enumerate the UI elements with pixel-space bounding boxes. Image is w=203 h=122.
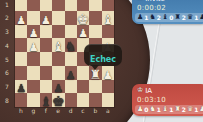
- square-d3[interactable]: [65, 25, 77, 39]
- pawn-icon: ♙: [137, 0, 143, 2]
- rank-label-2: 2: [3, 14, 11, 21]
- rank-label-7: 7: [3, 83, 11, 90]
- square-g3[interactable]: ♟: [27, 25, 39, 39]
- square-f7[interactable]: [40, 80, 52, 94]
- white-bishop-e4[interactable]: ♝: [52, 40, 64, 53]
- captured-count: 2: [157, 14, 161, 21]
- square-c1[interactable]: [77, 0, 89, 11]
- square-h8[interactable]: [15, 93, 27, 107]
- bishop-icon: ♝: [162, 106, 168, 113]
- square-g6[interactable]: [27, 66, 39, 80]
- queen-icon: ♛: [187, 14, 193, 21]
- black-king-e8[interactable]: ♚: [52, 94, 65, 108]
- bishop-icon: ♝: [162, 14, 168, 21]
- white-pawn-c3[interactable]: ♟: [78, 28, 88, 39]
- square-g7[interactable]: [27, 80, 39, 94]
- square-g5[interactable]: [27, 52, 39, 66]
- black-pawn-h7[interactable]: ♟: [16, 83, 26, 94]
- captured-queen: ♛1: [187, 106, 198, 113]
- rook-icon: ♜: [174, 106, 180, 113]
- square-h2[interactable]: ♟: [15, 11, 27, 25]
- square-d1[interactable]: [65, 0, 77, 11]
- player-panel-bottom: ♔ IA 0:03:10 ♟0♞1♝1♜2♛1♟2: [132, 84, 203, 116]
- square-e3[interactable]: [52, 25, 64, 39]
- square-d5[interactable]: [65, 52, 77, 66]
- pawn-icon: ♟: [137, 106, 143, 113]
- square-c6[interactable]: [77, 66, 89, 80]
- square-d2[interactable]: [65, 11, 77, 25]
- square-f4[interactable]: [40, 38, 52, 52]
- square-b1[interactable]: [89, 0, 101, 11]
- captured-queen: ♛1: [187, 14, 198, 21]
- square-e5[interactable]: [52, 52, 64, 66]
- square-d8[interactable]: [65, 93, 77, 107]
- square-h1[interactable]: [15, 0, 27, 11]
- rank-label-4: 4: [3, 42, 11, 49]
- square-h3[interactable]: [15, 25, 27, 39]
- square-e4[interactable]: ♝: [52, 38, 64, 52]
- square-b2[interactable]: [89, 11, 101, 25]
- square-c8[interactable]: [77, 93, 89, 107]
- captured-pawn: ♟4: [199, 14, 203, 21]
- square-b3[interactable]: [89, 25, 101, 39]
- captured-knight: ♞2: [149, 14, 160, 21]
- captured-bishop: ♝1: [162, 106, 173, 113]
- square-f1[interactable]: [40, 0, 52, 11]
- white-pawn-g3[interactable]: ♟: [29, 28, 39, 39]
- captured-pawn: ♟0: [137, 106, 148, 113]
- square-g2[interactable]: [27, 11, 39, 25]
- square-f8[interactable]: ♝: [40, 93, 52, 107]
- file-label-a: a: [102, 107, 114, 114]
- square-g1[interactable]: [27, 0, 39, 11]
- rank-label-1: 1: [3, 1, 11, 8]
- captured-knight: ♞1: [149, 106, 160, 113]
- king-icon: ♔: [137, 87, 143, 94]
- captured-count: 0: [144, 106, 148, 113]
- square-e6[interactable]: [52, 66, 64, 80]
- square-a2[interactable]: ♝: [102, 11, 114, 25]
- captured-count: 1: [157, 106, 161, 113]
- square-e2[interactable]: [52, 11, 64, 25]
- square-h4[interactable]: [15, 38, 27, 52]
- square-g4[interactable]: ♟: [27, 38, 39, 52]
- knight-icon: ♞: [149, 14, 155, 21]
- white-pawn-a6[interactable]: ♟: [103, 70, 113, 81]
- pawn-icon: ♟: [137, 14, 143, 21]
- square-e8[interactable]: ♚: [52, 93, 64, 107]
- square-d6[interactable]: ♟: [65, 66, 77, 80]
- square-g8[interactable]: [27, 93, 39, 107]
- file-label-d: d: [65, 107, 77, 114]
- rank-label-6: 6: [3, 69, 11, 76]
- white-pawn-f2[interactable]: ♟: [41, 15, 51, 26]
- captured-bishop: ♝0: [162, 14, 173, 21]
- rank-label-5: 5: [3, 56, 11, 63]
- square-h6[interactable]: [15, 66, 27, 80]
- captured-count: 2: [182, 14, 186, 21]
- captured-count: 1: [194, 14, 198, 21]
- black-pawn-d6[interactable]: ♟: [66, 70, 76, 81]
- square-e1[interactable]: [52, 0, 64, 11]
- player-clock-bottom: 0:03:10: [137, 96, 166, 104]
- square-a3[interactable]: [102, 25, 114, 39]
- square-a8[interactable]: [102, 93, 114, 107]
- square-h5[interactable]: [15, 52, 27, 66]
- square-h7[interactable]: ♟: [15, 80, 27, 94]
- square-b7[interactable]: [89, 80, 101, 94]
- knight-icon: ♞: [149, 106, 155, 113]
- player-clock-top: 0:00:02: [137, 4, 166, 12]
- square-c2[interactable]: ♚: [77, 11, 89, 25]
- pawn-icon: ♟: [199, 106, 203, 113]
- captured-rook: ♜2: [174, 106, 185, 113]
- square-d4[interactable]: ♞: [65, 38, 77, 52]
- player-name-top: Invité: [145, 0, 165, 3]
- captured-pieces-top: ♟1♞2♝0♜2♛1♟4: [135, 13, 203, 22]
- white-bishop-a2[interactable]: ♝: [102, 13, 114, 26]
- rank-label-8: 8: [3, 97, 11, 104]
- captured-rook: ♜2: [174, 14, 185, 21]
- check-tooltip-text: Echec: [90, 56, 116, 64]
- file-label-h: h: [15, 107, 27, 114]
- file-label-e: e: [52, 107, 64, 114]
- black-knight-d4[interactable]: ♞: [65, 40, 77, 53]
- pawn-icon: ♟: [199, 14, 203, 21]
- square-c7[interactable]: [77, 80, 89, 94]
- player-panel-top: ♙ Invité 0:00:02 ♟1♞2♝0♜2♛1♟4: [132, 0, 203, 24]
- file-label-f: f: [40, 107, 52, 114]
- square-e7[interactable]: ♟: [52, 80, 64, 94]
- white-king-c2[interactable]: ♚: [77, 12, 90, 26]
- white-pawn-g4[interactable]: ♟: [29, 42, 39, 53]
- file-label-g: g: [27, 107, 39, 114]
- captured-count: 1: [194, 106, 198, 113]
- captured-pieces-bottom: ♟0♞1♝1♜2♛1♟2: [135, 105, 203, 114]
- square-b8[interactable]: [89, 93, 101, 107]
- square-f5[interactable]: [40, 52, 52, 66]
- square-d7[interactable]: [65, 80, 77, 94]
- square-a6[interactable]: ♟: [102, 66, 114, 80]
- file-label-c: c: [77, 107, 89, 114]
- square-a1[interactable]: [102, 0, 114, 11]
- square-f3[interactable]: [40, 25, 52, 39]
- rook-icon: ♜: [174, 14, 180, 21]
- queen-icon: ♛: [187, 106, 193, 113]
- check-tooltip: Echec: [84, 44, 122, 66]
- white-pawn-h2[interactable]: ♟: [16, 15, 26, 26]
- captured-count: 1: [144, 14, 148, 21]
- square-a7[interactable]: [102, 80, 114, 94]
- rank-label-3: 3: [3, 28, 11, 35]
- square-f6[interactable]: [40, 66, 52, 80]
- captured-count: 0: [169, 14, 173, 21]
- captured-pawn: ♟1: [137, 14, 148, 21]
- file-label-b: b: [89, 107, 101, 114]
- captured-count: 1: [169, 106, 173, 113]
- chess-app-screen: ♟♟♚♝♟♟♟♝♞♟♟♜♟♟♟♝♚ 12345678hgfedcba Echec…: [0, 0, 203, 122]
- player-name-bottom: IA: [145, 87, 152, 95]
- square-c3[interactable]: ♟: [77, 25, 89, 39]
- captured-count: 2: [182, 106, 186, 113]
- captured-pawn: ♟2: [199, 106, 203, 113]
- square-f2[interactable]: ♟: [40, 11, 52, 25]
